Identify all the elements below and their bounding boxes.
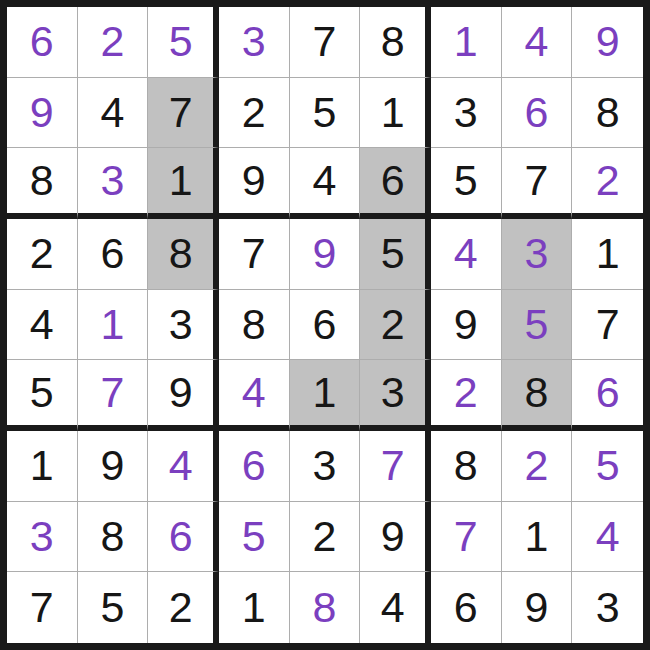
cell-r8c2[interactable]: 8 xyxy=(78,502,149,573)
cell-r8c1[interactable]: 3 xyxy=(7,502,78,573)
cell-r6c5[interactable]: 1 xyxy=(290,360,361,431)
cell-r9c3[interactable]: 2 xyxy=(148,572,219,643)
cell-r1c8[interactable]: 4 xyxy=(502,7,573,78)
cell-r2c2[interactable]: 4 xyxy=(78,78,149,149)
cell-r5c1[interactable]: 4 xyxy=(7,290,78,361)
cell-r5c7[interactable]: 9 xyxy=(431,290,502,361)
cell-r2c4[interactable]: 2 xyxy=(219,78,290,149)
cell-r3c5[interactable]: 4 xyxy=(290,148,361,219)
cell-r9c4[interactable]: 1 xyxy=(219,572,290,643)
sudoku-grid: 6253781499472513688319465722687954314138… xyxy=(0,0,650,650)
cell-r3c1[interactable]: 8 xyxy=(7,148,78,219)
cell-r7c1[interactable]: 1 xyxy=(7,431,78,502)
cell-r5c5[interactable]: 6 xyxy=(290,290,361,361)
cell-r1c1[interactable]: 6 xyxy=(7,7,78,78)
cell-r8c9[interactable]: 4 xyxy=(572,502,643,573)
cell-r1c2[interactable]: 2 xyxy=(78,7,149,78)
cell-r3c7[interactable]: 5 xyxy=(431,148,502,219)
cell-r2c8[interactable]: 6 xyxy=(502,78,573,149)
cell-r6c3[interactable]: 9 xyxy=(148,360,219,431)
cell-r5c6[interactable]: 2 xyxy=(360,290,431,361)
cell-r3c8[interactable]: 7 xyxy=(502,148,573,219)
cell-r9c5[interactable]: 8 xyxy=(290,572,361,643)
cell-r8c8[interactable]: 1 xyxy=(502,502,573,573)
cell-r9c8[interactable]: 9 xyxy=(502,572,573,643)
cell-r1c5[interactable]: 7 xyxy=(290,7,361,78)
cell-r9c9[interactable]: 3 xyxy=(572,572,643,643)
cell-r8c7[interactable]: 7 xyxy=(431,502,502,573)
cell-r4c7[interactable]: 4 xyxy=(431,219,502,290)
cell-r2c9[interactable]: 8 xyxy=(572,78,643,149)
cell-r8c5[interactable]: 2 xyxy=(290,502,361,573)
cell-r2c6[interactable]: 1 xyxy=(360,78,431,149)
cell-r4c6[interactable]: 5 xyxy=(360,219,431,290)
cell-r6c6[interactable]: 3 xyxy=(360,360,431,431)
cell-r3c3[interactable]: 1 xyxy=(148,148,219,219)
cell-r3c6[interactable]: 6 xyxy=(360,148,431,219)
cell-r8c6[interactable]: 9 xyxy=(360,502,431,573)
cell-r4c5[interactable]: 9 xyxy=(290,219,361,290)
cell-r4c2[interactable]: 6 xyxy=(78,219,149,290)
cell-r7c8[interactable]: 2 xyxy=(502,431,573,502)
cell-r5c9[interactable]: 7 xyxy=(572,290,643,361)
cell-r9c2[interactable]: 5 xyxy=(78,572,149,643)
cell-r6c7[interactable]: 2 xyxy=(431,360,502,431)
cell-r3c9[interactable]: 2 xyxy=(572,148,643,219)
cell-r5c4[interactable]: 8 xyxy=(219,290,290,361)
cell-r5c3[interactable]: 3 xyxy=(148,290,219,361)
cell-r3c2[interactable]: 3 xyxy=(78,148,149,219)
cell-r8c3[interactable]: 6 xyxy=(148,502,219,573)
cell-r7c4[interactable]: 6 xyxy=(219,431,290,502)
cell-r9c1[interactable]: 7 xyxy=(7,572,78,643)
cell-r7c7[interactable]: 8 xyxy=(431,431,502,502)
cell-r7c3[interactable]: 4 xyxy=(148,431,219,502)
cell-r1c7[interactable]: 1 xyxy=(431,7,502,78)
cell-r4c1[interactable]: 2 xyxy=(7,219,78,290)
cell-r4c3[interactable]: 8 xyxy=(148,219,219,290)
cell-r6c9[interactable]: 6 xyxy=(572,360,643,431)
cell-r4c8[interactable]: 3 xyxy=(502,219,573,290)
cell-r7c6[interactable]: 7 xyxy=(360,431,431,502)
cell-r9c6[interactable]: 4 xyxy=(360,572,431,643)
cell-r9c7[interactable]: 6 xyxy=(431,572,502,643)
cell-r7c2[interactable]: 9 xyxy=(78,431,149,502)
cell-r5c8[interactable]: 5 xyxy=(502,290,573,361)
cell-r2c7[interactable]: 3 xyxy=(431,78,502,149)
cell-r1c3[interactable]: 5 xyxy=(148,7,219,78)
cell-r2c3[interactable]: 7 xyxy=(148,78,219,149)
cell-r2c1[interactable]: 9 xyxy=(7,78,78,149)
cell-r1c9[interactable]: 9 xyxy=(572,7,643,78)
cell-r1c4[interactable]: 3 xyxy=(219,7,290,78)
cell-r6c2[interactable]: 7 xyxy=(78,360,149,431)
cell-r4c9[interactable]: 1 xyxy=(572,219,643,290)
cell-r4c4[interactable]: 7 xyxy=(219,219,290,290)
cell-r6c8[interactable]: 8 xyxy=(502,360,573,431)
cell-r7c9[interactable]: 5 xyxy=(572,431,643,502)
cell-r1c6[interactable]: 8 xyxy=(360,7,431,78)
cell-r6c4[interactable]: 4 xyxy=(219,360,290,431)
cell-r3c4[interactable]: 9 xyxy=(219,148,290,219)
cell-r7c5[interactable]: 3 xyxy=(290,431,361,502)
cell-r5c2[interactable]: 1 xyxy=(78,290,149,361)
cell-r2c5[interactable]: 5 xyxy=(290,78,361,149)
cell-r8c4[interactable]: 5 xyxy=(219,502,290,573)
cell-r6c1[interactable]: 5 xyxy=(7,360,78,431)
